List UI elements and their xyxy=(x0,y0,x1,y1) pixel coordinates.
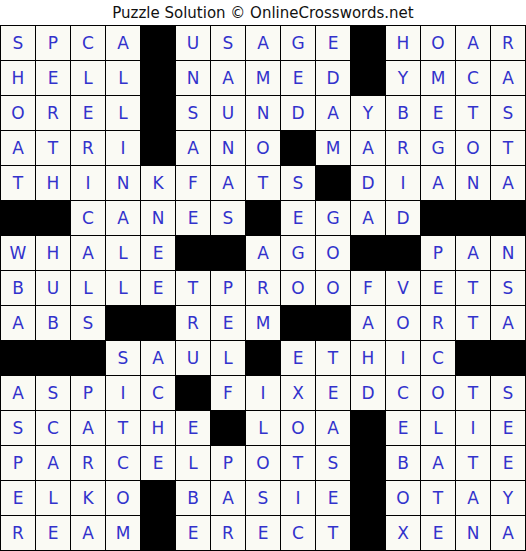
grid-cell: N xyxy=(456,516,490,550)
grid-cell: C xyxy=(281,516,315,550)
grid-cell: L xyxy=(106,271,140,305)
grid-cell: N xyxy=(491,236,525,270)
grid-cell: P xyxy=(211,271,245,305)
block-cell xyxy=(176,376,210,410)
grid-cell: W xyxy=(1,236,35,270)
puzzle-title: Puzzle Solution © OnlineCrosswords.net xyxy=(0,0,526,25)
grid-cell: A xyxy=(456,26,490,60)
grid-cell: E xyxy=(176,201,210,235)
grid-cell: O xyxy=(316,236,350,270)
grid-cell: H xyxy=(36,166,70,200)
grid-cell: L xyxy=(211,341,245,375)
grid-cell: A xyxy=(421,166,455,200)
grid-cell: E xyxy=(386,411,420,445)
grid-cell: G xyxy=(281,26,315,60)
grid-cell: P xyxy=(421,236,455,270)
block-cell xyxy=(386,236,420,270)
block-cell xyxy=(281,306,315,340)
grid-cell: U xyxy=(211,96,245,130)
grid-cell: G xyxy=(281,236,315,270)
grid-cell: E xyxy=(421,96,455,130)
grid-cell: C xyxy=(141,376,175,410)
block-cell xyxy=(351,411,385,445)
grid-cell: L xyxy=(36,481,70,515)
grid-cell: E xyxy=(176,516,210,550)
grid-cell: T xyxy=(176,271,210,305)
grid-cell: C xyxy=(71,26,105,60)
grid-cell: B xyxy=(1,271,35,305)
block-cell xyxy=(36,201,70,235)
grid-cell: A xyxy=(1,131,35,165)
grid-cell: S xyxy=(71,306,105,340)
grid-cell: N xyxy=(141,201,175,235)
block-cell xyxy=(141,516,175,550)
block-cell xyxy=(491,201,525,235)
grid-cell: L xyxy=(421,411,455,445)
grid-cell: L xyxy=(106,96,140,130)
grid-cell: F xyxy=(211,376,245,410)
grid-cell: E xyxy=(246,516,280,550)
grid-cell: A xyxy=(71,236,105,270)
grid-cell: A xyxy=(211,166,245,200)
grid-cell: I xyxy=(456,411,490,445)
grid-cell: T xyxy=(421,481,455,515)
grid-cell: X xyxy=(281,376,315,410)
grid-cell: E xyxy=(316,481,350,515)
grid-cell: L xyxy=(106,61,140,95)
grid-cell: I xyxy=(71,166,105,200)
grid-cell: R xyxy=(71,446,105,480)
block-cell xyxy=(141,26,175,60)
grid-cell: G xyxy=(421,131,455,165)
grid-cell: E xyxy=(1,481,35,515)
grid-cell: N xyxy=(211,131,245,165)
grid-cell: I xyxy=(386,341,420,375)
grid-cell: A xyxy=(1,306,35,340)
grid-cell: O xyxy=(281,411,315,445)
grid-cell: X xyxy=(386,516,420,550)
grid-cell: E xyxy=(491,411,525,445)
grid-cell: T xyxy=(316,341,350,375)
grid-cell: O xyxy=(456,131,490,165)
grid-cell: A xyxy=(316,96,350,130)
grid-cell: D xyxy=(281,96,315,130)
grid-cell: A xyxy=(491,166,525,200)
grid-cell: R xyxy=(1,516,35,550)
grid-cell: T xyxy=(456,446,490,480)
block-cell xyxy=(246,201,280,235)
grid-cell: T xyxy=(491,131,525,165)
grid-cell: A xyxy=(36,446,70,480)
grid-cell: L xyxy=(176,446,210,480)
grid-cell: R xyxy=(491,26,525,60)
grid-cell: U xyxy=(176,341,210,375)
grid-cell: E xyxy=(36,516,70,550)
grid-cell: N xyxy=(246,96,280,130)
grid-cell: I xyxy=(281,481,315,515)
grid-cell: O xyxy=(421,376,455,410)
grid-cell: L xyxy=(71,61,105,95)
grid-cell: G xyxy=(316,201,350,235)
grid-cell: H xyxy=(1,61,35,95)
grid-cell: N xyxy=(456,166,490,200)
grid-cell: T xyxy=(456,271,490,305)
grid-cell: E xyxy=(421,516,455,550)
grid-cell: B xyxy=(386,96,420,130)
grid-cell: O xyxy=(386,481,420,515)
grid-cell: A xyxy=(106,201,140,235)
grid-cell: F xyxy=(176,166,210,200)
grid-cell: A xyxy=(456,481,490,515)
block-cell xyxy=(141,481,175,515)
grid-cell: C xyxy=(106,446,140,480)
grid-cell: A xyxy=(246,236,280,270)
grid-cell: P xyxy=(71,376,105,410)
grid-cell: A xyxy=(491,61,525,95)
grid-cell: S xyxy=(491,376,525,410)
grid-cell: R xyxy=(176,306,210,340)
grid-cell: M xyxy=(246,306,280,340)
grid-cell: S xyxy=(36,376,70,410)
grid-cell: R xyxy=(246,271,280,305)
grid-cell: R xyxy=(421,306,455,340)
grid-cell: R xyxy=(36,96,70,130)
block-cell xyxy=(1,341,35,375)
grid-cell: A xyxy=(141,341,175,375)
grid-cell: S xyxy=(281,166,315,200)
grid-cell: A xyxy=(351,306,385,340)
grid-cell: K xyxy=(71,481,105,515)
grid-cell: H xyxy=(141,411,175,445)
grid-cell: E xyxy=(36,61,70,95)
grid-cell: V xyxy=(386,271,420,305)
grid-cell: H xyxy=(386,26,420,60)
block-cell xyxy=(491,341,525,375)
grid-cell: A xyxy=(211,481,245,515)
grid-cell: M xyxy=(421,61,455,95)
grid-cell: A xyxy=(421,446,455,480)
grid-cell: T xyxy=(106,411,140,445)
grid-cell: E xyxy=(141,446,175,480)
grid-cell: L xyxy=(71,271,105,305)
grid-cell: A xyxy=(71,411,105,445)
grid-cell: Y xyxy=(351,96,385,130)
grid-cell: D xyxy=(316,61,350,95)
grid-cell: O xyxy=(246,446,280,480)
grid-cell: B xyxy=(176,481,210,515)
block-cell xyxy=(316,166,350,200)
block-cell xyxy=(211,236,245,270)
grid-cell: M xyxy=(106,516,140,550)
grid-cell: E xyxy=(141,236,175,270)
grid-cell: A xyxy=(351,131,385,165)
grid-cell: I xyxy=(106,131,140,165)
grid-cell: C xyxy=(71,201,105,235)
block-cell xyxy=(351,446,385,480)
block-cell xyxy=(106,306,140,340)
crossword-grid: SPCAUSAGEHOARHELLNAMEDYMCAORELSUNDAYBETS… xyxy=(0,25,526,551)
grid-cell: E xyxy=(281,341,315,375)
grid-cell: D xyxy=(351,166,385,200)
grid-cell: A xyxy=(456,236,490,270)
page: Puzzle Solution © OnlineCrosswords.net S… xyxy=(0,0,526,551)
block-cell xyxy=(141,96,175,130)
grid-cell: C xyxy=(36,411,70,445)
block-cell xyxy=(456,201,490,235)
grid-cell: Y xyxy=(386,61,420,95)
grid-cell: U xyxy=(176,26,210,60)
grid-cell: B xyxy=(386,446,420,480)
grid-cell: E xyxy=(281,61,315,95)
grid-cell: S xyxy=(211,201,245,235)
grid-cell: L xyxy=(246,411,280,445)
grid-cell: K xyxy=(141,166,175,200)
grid-cell: I xyxy=(106,376,140,410)
grid-cell: A xyxy=(351,201,385,235)
grid-cell: H xyxy=(36,236,70,270)
grid-cell: O xyxy=(1,96,35,130)
grid-cell: C xyxy=(456,61,490,95)
block-cell xyxy=(351,516,385,550)
block-cell xyxy=(211,411,245,445)
grid-cell: A xyxy=(176,131,210,165)
grid-cell: C xyxy=(421,341,455,375)
grid-cell: E xyxy=(176,411,210,445)
grid-cell: S xyxy=(176,96,210,130)
block-cell xyxy=(351,26,385,60)
grid-cell: O xyxy=(421,26,455,60)
grid-cell: A xyxy=(71,516,105,550)
grid-cell: O xyxy=(106,481,140,515)
grid-cell: S xyxy=(1,411,35,445)
block-cell xyxy=(246,341,280,375)
block-cell xyxy=(141,306,175,340)
grid-cell: S xyxy=(316,446,350,480)
grid-cell: O xyxy=(386,306,420,340)
block-cell xyxy=(351,61,385,95)
grid-cell: A xyxy=(211,61,245,95)
block-cell xyxy=(281,131,315,165)
grid-cell: S xyxy=(106,341,140,375)
grid-cell: N xyxy=(106,166,140,200)
grid-cell: T xyxy=(281,446,315,480)
grid-cell: A xyxy=(1,376,35,410)
grid-cell: I xyxy=(386,166,420,200)
grid-cell: F xyxy=(351,271,385,305)
grid-cell: D xyxy=(386,201,420,235)
grid-cell: D xyxy=(351,376,385,410)
grid-cell: H xyxy=(351,341,385,375)
grid-cell: E xyxy=(211,306,245,340)
block-cell xyxy=(351,481,385,515)
grid-cell: T xyxy=(246,166,280,200)
grid-cell: N xyxy=(176,61,210,95)
grid-cell: A xyxy=(106,26,140,60)
block-cell xyxy=(456,341,490,375)
grid-cell: E xyxy=(491,446,525,480)
block-cell xyxy=(176,236,210,270)
grid-cell: T xyxy=(36,131,70,165)
grid-cell: S xyxy=(211,26,245,60)
block-cell xyxy=(421,201,455,235)
grid-cell: S xyxy=(491,271,525,305)
grid-cell: M xyxy=(246,61,280,95)
grid-cell: R xyxy=(386,131,420,165)
grid-cell: S xyxy=(246,481,280,515)
grid-cell: T xyxy=(456,376,490,410)
grid-cell: T xyxy=(316,516,350,550)
grid-cell: U xyxy=(36,271,70,305)
grid-cell: Y xyxy=(491,481,525,515)
grid-cell: E xyxy=(71,96,105,130)
grid-cell: E xyxy=(316,26,350,60)
grid-cell: T xyxy=(456,306,490,340)
grid-cell: M xyxy=(316,131,350,165)
grid-cell: B xyxy=(36,306,70,340)
grid-cell: T xyxy=(1,166,35,200)
block-cell xyxy=(36,341,70,375)
grid-cell: A xyxy=(491,306,525,340)
grid-cell: L xyxy=(106,236,140,270)
grid-cell: I xyxy=(246,376,280,410)
grid-cell: P xyxy=(211,446,245,480)
grid-cell: E xyxy=(421,271,455,305)
grid-cell: R xyxy=(211,516,245,550)
grid-cell: O xyxy=(316,271,350,305)
grid-cell: P xyxy=(36,26,70,60)
block-cell xyxy=(71,341,105,375)
grid-cell: O xyxy=(246,131,280,165)
block-cell xyxy=(351,236,385,270)
grid-cell: A xyxy=(491,516,525,550)
grid-cell: A xyxy=(246,26,280,60)
grid-cell: R xyxy=(71,131,105,165)
block-cell xyxy=(141,61,175,95)
grid-cell: A xyxy=(316,411,350,445)
grid-cell: C xyxy=(386,376,420,410)
block-cell xyxy=(316,306,350,340)
grid-cell: E xyxy=(281,201,315,235)
grid-cell: P xyxy=(1,446,35,480)
block-cell xyxy=(1,201,35,235)
block-cell xyxy=(141,131,175,165)
grid-cell: S xyxy=(491,96,525,130)
grid-cell: E xyxy=(141,271,175,305)
grid-cell: S xyxy=(1,26,35,60)
grid-cell: T xyxy=(456,96,490,130)
grid-cell: E xyxy=(316,376,350,410)
grid-cell: O xyxy=(281,271,315,305)
